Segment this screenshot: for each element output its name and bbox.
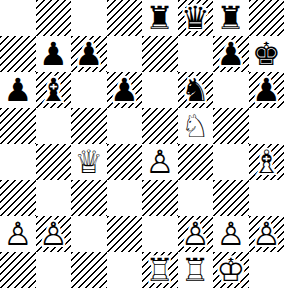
square-f2[interactable]: ♟♙ [178, 216, 214, 252]
square-h6[interactable]: ♟♟ [249, 72, 285, 108]
square-e5[interactable] [142, 108, 178, 144]
piece-white-knight: ♘ [178, 108, 214, 144]
square-g3[interactable] [213, 180, 249, 216]
square-b5[interactable] [36, 108, 72, 144]
square-c6[interactable] [71, 72, 107, 108]
square-e2[interactable] [142, 216, 178, 252]
piece-black-pawn: ♟ [213, 36, 249, 72]
square-b1[interactable] [36, 252, 72, 288]
white-queen-halo: ♛ [71, 144, 107, 180]
piece-black-pawn: ♟ [0, 72, 36, 108]
square-a1[interactable] [0, 252, 36, 288]
square-g2[interactable]: ♟♙ [213, 216, 249, 252]
piece-white-rook: ♖ [178, 252, 214, 288]
white-pawn-halo: ♟ [178, 216, 214, 252]
piece-black-rook: ♜ [213, 0, 249, 36]
square-g8[interactable]: ♜♜ [213, 0, 249, 36]
black-rook-halo: ♜ [142, 0, 178, 36]
black-knight-halo: ♞ [178, 72, 214, 108]
square-e7[interactable] [142, 36, 178, 72]
white-rook-halo: ♜ [178, 252, 214, 288]
piece-white-pawn: ♙ [213, 216, 249, 252]
square-g6[interactable] [213, 72, 249, 108]
square-e4[interactable]: ♟♙ [142, 144, 178, 180]
square-c7[interactable]: ♟♟ [71, 36, 107, 72]
square-a7[interactable] [0, 36, 36, 72]
black-rook-halo: ♜ [213, 0, 249, 36]
square-d6[interactable]: ♟♟ [107, 72, 143, 108]
piece-black-pawn: ♟ [36, 36, 72, 72]
square-b7[interactable]: ♟♟ [36, 36, 72, 72]
white-bishop-halo: ♝ [249, 144, 285, 180]
piece-white-bishop: ♗ [249, 144, 285, 180]
square-c2[interactable] [71, 216, 107, 252]
square-g7[interactable]: ♟♟ [213, 36, 249, 72]
piece-black-bishop: ♝ [36, 72, 72, 108]
square-h1[interactable] [249, 252, 285, 288]
piece-white-pawn: ♙ [36, 216, 72, 252]
black-pawn-halo: ♟ [249, 72, 285, 108]
square-a6[interactable]: ♟♟ [0, 72, 36, 108]
square-a5[interactable] [0, 108, 36, 144]
black-pawn-halo: ♟ [71, 36, 107, 72]
square-d8[interactable] [107, 0, 143, 36]
white-pawn-halo: ♟ [249, 216, 285, 252]
piece-white-pawn: ♙ [178, 216, 214, 252]
square-e8[interactable]: ♜♜ [142, 0, 178, 36]
square-d7[interactable] [107, 36, 143, 72]
square-f4[interactable] [178, 144, 214, 180]
square-b8[interactable] [36, 0, 72, 36]
chess-board: ♜♜♛♛♜♜♟♟♟♟♟♟♚♚♟♟♝♝♟♟♞♞♟♟♞♘♛♕♟♙♝♗♟♙♟♙♟♙♟♙… [0, 0, 284, 288]
piece-white-pawn: ♙ [249, 216, 285, 252]
square-e6[interactable] [142, 72, 178, 108]
square-a4[interactable] [0, 144, 36, 180]
black-bishop-halo: ♝ [36, 72, 72, 108]
black-king-halo: ♚ [249, 36, 285, 72]
square-g1[interactable]: ♚♔ [213, 252, 249, 288]
square-g5[interactable] [213, 108, 249, 144]
white-knight-halo: ♞ [178, 108, 214, 144]
square-f1[interactable]: ♜♖ [178, 252, 214, 288]
square-b3[interactable] [36, 180, 72, 216]
square-c5[interactable] [71, 108, 107, 144]
square-b6[interactable]: ♝♝ [36, 72, 72, 108]
square-h4[interactable]: ♝♗ [249, 144, 285, 180]
white-pawn-halo: ♟ [213, 216, 249, 252]
square-d5[interactable] [107, 108, 143, 144]
square-b4[interactable] [36, 144, 72, 180]
white-king-halo: ♚ [213, 252, 249, 288]
black-pawn-halo: ♟ [107, 72, 143, 108]
square-h2[interactable]: ♟♙ [249, 216, 285, 252]
square-a2[interactable]: ♟♙ [0, 216, 36, 252]
piece-black-rook: ♜ [142, 0, 178, 36]
piece-black-knight: ♞ [178, 72, 214, 108]
white-pawn-halo: ♟ [142, 144, 178, 180]
white-pawn-halo: ♟ [36, 216, 72, 252]
piece-black-pawn: ♟ [71, 36, 107, 72]
square-e3[interactable] [142, 180, 178, 216]
piece-black-pawn: ♟ [249, 72, 285, 108]
white-rook-halo: ♜ [142, 252, 178, 288]
square-h7[interactable]: ♚♚ [249, 36, 285, 72]
black-pawn-halo: ♟ [36, 36, 72, 72]
square-a3[interactable] [0, 180, 36, 216]
square-f7[interactable] [178, 36, 214, 72]
square-b2[interactable]: ♟♙ [36, 216, 72, 252]
black-queen-halo: ♛ [178, 0, 214, 36]
square-h3[interactable] [249, 180, 285, 216]
square-f3[interactable] [178, 180, 214, 216]
black-pawn-halo: ♟ [213, 36, 249, 72]
square-d2[interactable] [107, 216, 143, 252]
square-c4[interactable]: ♛♕ [71, 144, 107, 180]
square-d3[interactable] [107, 180, 143, 216]
piece-white-pawn: ♙ [142, 144, 178, 180]
square-c3[interactable] [71, 180, 107, 216]
piece-black-queen: ♛ [178, 0, 214, 36]
piece-black-pawn: ♟ [107, 72, 143, 108]
piece-white-king: ♔ [213, 252, 249, 288]
square-h8[interactable] [249, 0, 285, 36]
square-f8[interactable]: ♛♛ [178, 0, 214, 36]
square-g4[interactable] [213, 144, 249, 180]
piece-white-rook: ♖ [142, 252, 178, 288]
black-pawn-halo: ♟ [0, 72, 36, 108]
square-d1[interactable] [107, 252, 143, 288]
square-c1[interactable] [71, 252, 107, 288]
square-f5[interactable]: ♞♘ [178, 108, 214, 144]
square-h5[interactable] [249, 108, 285, 144]
piece-white-queen: ♕ [71, 144, 107, 180]
square-e1[interactable]: ♜♖ [142, 252, 178, 288]
piece-white-pawn: ♙ [0, 216, 36, 252]
square-d4[interactable] [107, 144, 143, 180]
square-c8[interactable] [71, 0, 107, 36]
square-a8[interactable] [0, 0, 36, 36]
square-f6[interactable]: ♞♞ [178, 72, 214, 108]
piece-black-king: ♚ [249, 36, 285, 72]
white-pawn-halo: ♟ [0, 216, 36, 252]
